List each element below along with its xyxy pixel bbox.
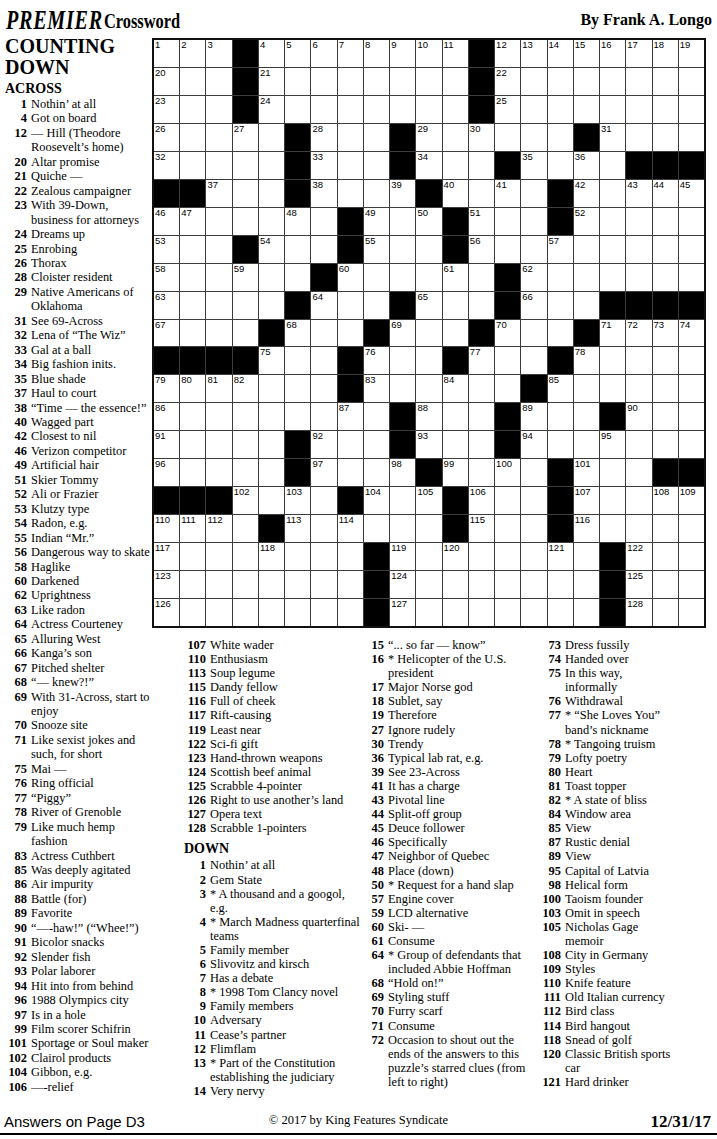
grid-cell[interactable]: 94 [521,431,546,458]
grid-cell[interactable] [521,599,546,626]
grid-cell[interactable] [233,180,258,207]
grid-cell[interactable] [679,208,704,235]
grid-cell[interactable] [495,515,520,542]
grid-cell[interactable]: 65 [416,292,441,319]
grid-cell[interactable] [626,124,651,151]
grid-cell[interactable] [679,571,704,598]
grid-cell[interactable] [495,571,520,598]
grid-cell[interactable] [416,543,441,570]
grid-cell[interactable]: 41 [495,180,520,207]
grid-cell[interactable] [390,208,415,235]
grid-cell[interactable] [469,292,494,319]
grid-cell[interactable] [469,431,494,458]
grid-cell[interactable] [548,68,573,95]
grid-cell[interactable]: 14 [548,40,573,67]
grid-cell[interactable] [311,208,336,235]
grid-cell[interactable] [259,264,284,291]
grid-cell[interactable]: 55 [364,236,389,263]
grid-cell[interactable] [259,375,284,402]
grid-cell[interactable] [233,543,258,570]
grid-cell[interactable] [600,375,625,402]
grid-cell[interactable] [311,543,336,570]
grid-cell[interactable] [469,571,494,598]
grid-cell[interactable] [626,515,651,542]
grid-cell[interactable] [180,96,205,123]
grid-cell[interactable]: 18 [653,40,678,67]
grid-cell[interactable]: 90 [626,403,651,430]
grid-cell[interactable]: 110 [154,515,179,542]
grid-cell[interactable] [364,292,389,319]
grid-cell[interactable]: 83 [364,375,389,402]
grid-cell[interactable]: 67 [154,320,179,347]
grid-cell[interactable] [574,292,599,319]
grid-cell[interactable] [469,459,494,486]
grid-cell[interactable] [416,599,441,626]
grid-cell[interactable] [416,571,441,598]
grid-cell[interactable] [626,459,651,486]
grid-cell[interactable]: 79 [154,375,179,402]
grid-cell[interactable]: 114 [338,515,363,542]
grid-cell[interactable] [521,347,546,374]
grid-cell[interactable] [206,543,231,570]
grid-cell[interactable] [390,515,415,542]
grid-cell[interactable]: 31 [600,124,625,151]
grid-cell[interactable]: 25 [495,96,520,123]
grid-cell[interactable] [311,96,336,123]
grid-cell[interactable] [521,543,546,570]
grid-cell[interactable] [548,403,573,430]
grid-cell[interactable] [233,571,258,598]
grid-cell[interactable]: 101 [574,459,599,486]
grid-cell[interactable] [233,599,258,626]
grid-cell[interactable]: 44 [653,180,678,207]
grid-cell[interactable] [600,515,625,542]
grid-cell[interactable]: 19 [679,40,704,67]
grid-cell[interactable]: 46 [154,208,179,235]
grid-cell[interactable]: 57 [548,236,573,263]
grid-cell[interactable] [574,403,599,430]
grid-cell[interactable]: 100 [495,459,520,486]
grid-cell[interactable] [574,543,599,570]
grid-cell[interactable] [285,68,310,95]
grid-cell[interactable]: 119 [390,543,415,570]
grid-cell[interactable] [311,571,336,598]
grid-cell[interactable]: 50 [416,208,441,235]
grid-cell[interactable] [338,96,363,123]
grid-cell[interactable] [653,264,678,291]
grid-cell[interactable] [521,320,546,347]
grid-cell[interactable]: 124 [390,571,415,598]
grid-cell[interactable] [259,487,284,514]
grid-cell[interactable]: 69 [390,320,415,347]
grid-cell[interactable] [180,459,205,486]
grid-cell[interactable] [364,152,389,179]
grid-cell[interactable]: 24 [259,96,284,123]
grid-cell[interactable] [338,459,363,486]
grid-cell[interactable] [495,124,520,151]
grid-cell[interactable] [679,236,704,263]
grid-cell[interactable]: 63 [154,292,179,319]
grid-cell[interactable] [443,431,468,458]
grid-cell[interactable] [311,320,336,347]
grid-cell[interactable] [233,152,258,179]
grid-cell[interactable] [180,431,205,458]
grid-cell[interactable] [390,96,415,123]
grid-cell[interactable] [416,320,441,347]
grid-cell[interactable] [416,515,441,542]
grid-cell[interactable] [521,487,546,514]
grid-cell[interactable]: 82 [233,375,258,402]
grid-cell[interactable] [443,292,468,319]
grid-cell[interactable]: 70 [495,320,520,347]
grid-cell[interactable] [600,347,625,374]
grid-cell[interactable] [206,96,231,123]
grid-cell[interactable] [443,68,468,95]
grid-cell[interactable] [626,208,651,235]
grid-cell[interactable] [469,403,494,430]
grid-cell[interactable] [574,375,599,402]
grid-cell[interactable] [206,264,231,291]
grid-cell[interactable] [495,208,520,235]
grid-cell[interactable] [416,375,441,402]
grid-cell[interactable] [548,431,573,458]
grid-cell[interactable]: 126 [154,599,179,626]
grid-cell[interactable]: 92 [311,431,336,458]
grid-cell[interactable]: 54 [259,236,284,263]
grid-cell[interactable]: 17 [626,40,651,67]
grid-cell[interactable] [600,208,625,235]
grid-cell[interactable]: 22 [495,68,520,95]
grid-cell[interactable]: 13 [521,40,546,67]
grid-cell[interactable] [548,96,573,123]
grid-cell[interactable] [653,431,678,458]
grid-cell[interactable]: 123 [154,571,179,598]
grid-cell[interactable] [364,403,389,430]
grid-cell[interactable] [206,208,231,235]
grid-cell[interactable]: 64 [311,292,336,319]
grid-cell[interactable] [364,515,389,542]
grid-cell[interactable] [311,68,336,95]
grid-cell[interactable]: 74 [679,320,704,347]
grid-cell[interactable] [469,264,494,291]
grid-cell[interactable] [548,571,573,598]
grid-cell[interactable] [679,403,704,430]
grid-cell[interactable] [338,320,363,347]
grid-cell[interactable] [259,599,284,626]
grid-cell[interactable] [653,347,678,374]
grid-cell[interactable] [521,180,546,207]
grid-cell[interactable]: 112 [206,515,231,542]
grid-cell[interactable] [653,403,678,430]
grid-cell[interactable]: 96 [154,459,179,486]
grid-cell[interactable] [180,124,205,151]
grid-cell[interactable]: 91 [154,431,179,458]
grid-cell[interactable] [416,264,441,291]
grid-cell[interactable]: 84 [443,375,468,402]
grid-cell[interactable]: 58 [154,264,179,291]
grid-cell[interactable]: 33 [311,152,336,179]
grid-cell[interactable] [521,571,546,598]
grid-cell[interactable] [390,68,415,95]
grid-cell[interactable]: 104 [364,487,389,514]
grid-cell[interactable] [311,403,336,430]
grid-cell[interactable]: 71 [600,320,625,347]
grid-cell[interactable] [285,571,310,598]
grid-cell[interactable]: 122 [626,543,651,570]
grid-cell[interactable] [469,152,494,179]
grid-cell[interactable] [311,375,336,402]
grid-cell[interactable]: 66 [521,292,546,319]
grid-cell[interactable] [206,403,231,430]
grid-cell[interactable] [600,487,625,514]
grid-cell[interactable] [338,292,363,319]
grid-cell[interactable] [653,96,678,123]
grid-cell[interactable] [285,347,310,374]
grid-cell[interactable]: 88 [416,403,441,430]
grid-cell[interactable]: 118 [259,543,284,570]
grid-cell[interactable] [180,571,205,598]
grid-cell[interactable] [338,180,363,207]
crossword-grid[interactable]: 1234567891011121314151617181920212223242… [152,38,706,628]
grid-cell[interactable] [206,431,231,458]
grid-cell[interactable]: 73 [653,320,678,347]
grid-cell[interactable]: 89 [521,403,546,430]
grid-cell[interactable] [495,543,520,570]
grid-cell[interactable] [259,403,284,430]
grid-cell[interactable] [180,320,205,347]
grid-cell[interactable]: 7 [338,40,363,67]
grid-cell[interactable] [390,375,415,402]
grid-cell[interactable]: 34 [416,152,441,179]
grid-cell[interactable]: 6 [311,40,336,67]
grid-cell[interactable] [600,459,625,486]
grid-cell[interactable] [285,96,310,123]
grid-cell[interactable] [338,599,363,626]
grid-cell[interactable] [443,152,468,179]
grid-cell[interactable]: 38 [311,180,336,207]
grid-cell[interactable] [206,124,231,151]
grid-cell[interactable] [521,459,546,486]
grid-cell[interactable] [574,68,599,95]
grid-cell[interactable]: 49 [364,208,389,235]
grid-cell[interactable] [416,347,441,374]
grid-cell[interactable]: 72 [626,320,651,347]
grid-cell[interactable] [626,68,651,95]
grid-cell[interactable]: 32 [154,152,179,179]
grid-cell[interactable] [233,431,258,458]
grid-cell[interactable]: 35 [521,152,546,179]
grid-cell[interactable] [259,180,284,207]
grid-cell[interactable] [443,96,468,123]
grid-cell[interactable] [548,152,573,179]
grid-cell[interactable]: 97 [311,459,336,486]
grid-cell[interactable] [443,599,468,626]
grid-cell[interactable] [469,543,494,570]
grid-cell[interactable] [600,68,625,95]
grid-cell[interactable]: 30 [469,124,494,151]
grid-cell[interactable] [259,431,284,458]
grid-cell[interactable] [206,152,231,179]
grid-cell[interactable]: 40 [443,180,468,207]
grid-cell[interactable]: 117 [154,543,179,570]
grid-cell[interactable] [338,68,363,95]
grid-cell[interactable] [285,543,310,570]
grid-cell[interactable] [338,124,363,151]
grid-cell[interactable] [206,599,231,626]
grid-cell[interactable]: 86 [154,403,179,430]
grid-cell[interactable]: 43 [626,180,651,207]
grid-cell[interactable] [206,236,231,263]
grid-cell[interactable] [574,264,599,291]
grid-cell[interactable]: 81 [206,375,231,402]
grid-cell[interactable]: 2 [180,40,205,67]
grid-cell[interactable]: 47 [180,208,205,235]
grid-cell[interactable] [679,264,704,291]
grid-cell[interactable] [653,515,678,542]
grid-cell[interactable] [653,208,678,235]
grid-cell[interactable]: 48 [285,208,310,235]
grid-cell[interactable]: 113 [285,515,310,542]
grid-cell[interactable] [521,124,546,151]
grid-cell[interactable] [574,571,599,598]
grid-cell[interactable]: 80 [180,375,205,402]
grid-cell[interactable]: 11 [443,40,468,67]
grid-cell[interactable] [311,599,336,626]
grid-cell[interactable] [180,403,205,430]
grid-cell[interactable] [495,599,520,626]
grid-cell[interactable] [495,375,520,402]
grid-cell[interactable]: 3 [206,40,231,67]
grid-cell[interactable] [469,599,494,626]
grid-cell[interactable] [495,236,520,263]
grid-cell[interactable] [364,264,389,291]
grid-cell[interactable] [206,459,231,486]
grid-cell[interactable]: 56 [469,236,494,263]
grid-cell[interactable] [679,431,704,458]
grid-cell[interactable] [679,599,704,626]
grid-cell[interactable] [233,459,258,486]
grid-cell[interactable]: 128 [626,599,651,626]
grid-cell[interactable] [679,124,704,151]
grid-cell[interactable]: 106 [469,487,494,514]
grid-cell[interactable] [233,320,258,347]
grid-cell[interactable] [233,515,258,542]
grid-cell[interactable]: 59 [233,264,258,291]
grid-cell[interactable] [233,292,258,319]
grid-cell[interactable] [574,236,599,263]
grid-cell[interactable] [679,515,704,542]
grid-cell[interactable] [521,236,546,263]
grid-cell[interactable] [259,571,284,598]
grid-cell[interactable] [626,431,651,458]
grid-cell[interactable]: 1 [154,40,179,67]
grid-cell[interactable]: 95 [600,431,625,458]
grid-cell[interactable] [653,599,678,626]
grid-cell[interactable] [206,292,231,319]
grid-cell[interactable]: 12 [495,40,520,67]
grid-cell[interactable] [206,68,231,95]
grid-cell[interactable] [653,543,678,570]
grid-cell[interactable] [285,264,310,291]
grid-cell[interactable] [259,459,284,486]
grid-cell[interactable] [390,236,415,263]
grid-cell[interactable]: 52 [574,208,599,235]
grid-cell[interactable] [679,347,704,374]
grid-cell[interactable] [390,264,415,291]
grid-cell[interactable]: 15 [574,40,599,67]
grid-cell[interactable] [600,96,625,123]
grid-cell[interactable] [233,403,258,430]
grid-cell[interactable] [206,571,231,598]
grid-cell[interactable]: 75 [259,347,284,374]
grid-cell[interactable]: 51 [469,208,494,235]
grid-cell[interactable] [548,320,573,347]
grid-cell[interactable] [469,180,494,207]
grid-cell[interactable] [233,208,258,235]
grid-cell[interactable] [416,96,441,123]
grid-cell[interactable]: 42 [574,180,599,207]
grid-cell[interactable] [495,487,520,514]
grid-cell[interactable] [521,96,546,123]
grid-cell[interactable]: 108 [653,487,678,514]
grid-cell[interactable]: 103 [285,487,310,514]
grid-cell[interactable]: 37 [206,180,231,207]
grid-cell[interactable] [443,403,468,430]
grid-cell[interactable] [364,459,389,486]
grid-cell[interactable]: 16 [600,40,625,67]
grid-cell[interactable]: 9 [390,40,415,67]
grid-cell[interactable] [285,403,310,430]
grid-cell[interactable] [180,264,205,291]
grid-cell[interactable]: 85 [548,375,573,402]
grid-cell[interactable] [679,375,704,402]
grid-cell[interactable] [626,236,651,263]
grid-cell[interactable] [338,152,363,179]
grid-cell[interactable] [364,431,389,458]
grid-cell[interactable] [259,208,284,235]
grid-cell[interactable] [626,375,651,402]
grid-cell[interactable] [600,152,625,179]
grid-cell[interactable] [443,571,468,598]
grid-cell[interactable] [600,264,625,291]
grid-cell[interactable]: 109 [679,487,704,514]
grid-cell[interactable] [180,599,205,626]
grid-cell[interactable]: 23 [154,96,179,123]
grid-cell[interactable] [285,236,310,263]
grid-cell[interactable] [653,124,678,151]
grid-cell[interactable] [574,96,599,123]
grid-cell[interactable]: 10 [416,40,441,67]
grid-cell[interactable]: 39 [390,180,415,207]
grid-cell[interactable] [548,264,573,291]
grid-cell[interactable]: 98 [390,459,415,486]
grid-cell[interactable] [626,264,651,291]
grid-cell[interactable] [574,431,599,458]
grid-cell[interactable] [259,124,284,151]
grid-cell[interactable] [653,571,678,598]
grid-cell[interactable] [338,431,363,458]
grid-cell[interactable] [206,320,231,347]
grid-cell[interactable] [390,487,415,514]
grid-cell[interactable]: 68 [285,320,310,347]
grid-cell[interactable] [521,68,546,95]
grid-cell[interactable]: 78 [574,347,599,374]
grid-cell[interactable] [311,515,336,542]
grid-cell[interactable] [285,375,310,402]
grid-cell[interactable] [653,68,678,95]
grid-cell[interactable]: 29 [416,124,441,151]
grid-cell[interactable]: 105 [416,487,441,514]
